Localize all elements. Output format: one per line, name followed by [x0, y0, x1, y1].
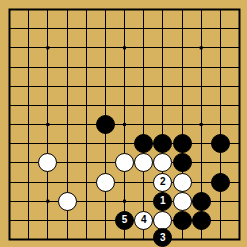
stone-black-5-6[interactable] [96, 115, 115, 134]
stone-white-7-11[interactable]: 4 [134, 211, 153, 230]
move-number: 5 [122, 215, 128, 225]
stone-white-8-9[interactable]: 2 [153, 173, 172, 192]
stone-black-11-9[interactable] [211, 173, 230, 192]
stone-black-8-7[interactable] [153, 134, 172, 153]
stone-black-9-11[interactable] [173, 211, 192, 230]
move-number: 2 [160, 177, 166, 187]
stone-white-3-10[interactable] [58, 192, 77, 211]
go-board: 21543 [0, 0, 247, 247]
stone-white-7-8[interactable] [134, 153, 153, 172]
stone-black-11-7[interactable] [211, 134, 230, 153]
stone-white-5-9[interactable] [96, 173, 115, 192]
move-number: 3 [160, 233, 166, 243]
stone-white-8-11[interactable] [153, 211, 172, 230]
stone-black-6-11[interactable]: 5 [115, 211, 134, 230]
stone-white-9-10[interactable] [173, 192, 192, 211]
stone-black-10-11[interactable] [192, 211, 211, 230]
stone-white-6-8[interactable] [115, 153, 134, 172]
stone-black-9-7[interactable] [173, 134, 192, 153]
move-number: 4 [141, 215, 147, 225]
stones-layer: 21543 [0, 0, 247, 247]
stone-black-10-10[interactable] [192, 192, 211, 211]
stone-white-2-8[interactable] [38, 153, 57, 172]
stone-white-9-9[interactable] [173, 173, 192, 192]
stone-black-8-10[interactable]: 1 [153, 192, 172, 211]
move-number: 1 [160, 196, 166, 206]
stone-black-9-8[interactable] [173, 153, 192, 172]
stone-black-8-12[interactable]: 3 [153, 228, 172, 247]
stone-white-8-8[interactable] [153, 153, 172, 172]
stone-black-7-7[interactable] [134, 134, 153, 153]
